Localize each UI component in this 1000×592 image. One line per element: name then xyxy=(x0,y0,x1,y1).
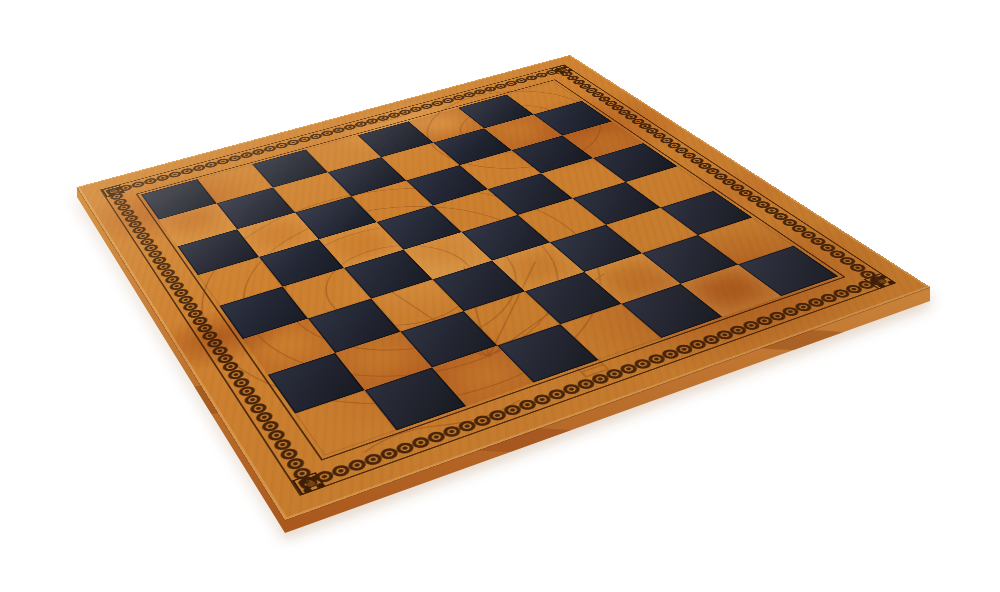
product-photo xyxy=(0,0,1000,592)
